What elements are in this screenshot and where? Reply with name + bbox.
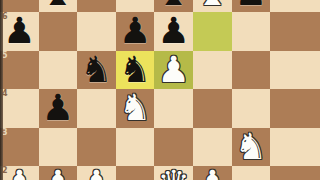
white-pawn-e5[interactable]: ♟ — [158, 51, 190, 89]
square-c2[interactable]: ♟ — [77, 166, 116, 180]
square-f7[interactable]: ♝ — [193, 0, 232, 12]
square-c4[interactable] — [77, 89, 116, 128]
white-bishop-f7[interactable]: ♝ — [196, 0, 228, 12]
square-e6[interactable]: ♟ — [154, 12, 193, 51]
white-pawn-c2[interactable]: ♟ — [80, 165, 112, 180]
white-pawn-a2[interactable]: ♟ — [3, 165, 35, 180]
square-e4[interactable] — [154, 89, 193, 128]
square-b7[interactable]: ♝ — [39, 0, 78, 12]
black-pawn-d6[interactable]: ♟ — [119, 12, 151, 50]
black-knight-d5[interactable]: ♞ — [119, 51, 151, 89]
square-g3[interactable]: ♞ — [232, 128, 271, 167]
square-b5[interactable] — [39, 51, 78, 90]
square-g2[interactable] — [232, 166, 271, 180]
square-e2[interactable]: ♛ — [154, 166, 193, 180]
square-h5[interactable] — [270, 51, 320, 90]
square-g6[interactable] — [232, 12, 271, 51]
square-b3[interactable] — [39, 128, 78, 167]
square-d6[interactable]: ♟ — [116, 12, 155, 51]
square-b2[interactable]: ♟ — [39, 166, 78, 180]
square-d2[interactable] — [116, 166, 155, 180]
square-g5[interactable] — [232, 51, 271, 90]
black-knight-c5[interactable]: ♞ — [80, 51, 112, 89]
square-f3[interactable] — [193, 128, 232, 167]
black-pawn-e6[interactable]: ♟ — [158, 12, 190, 50]
square-g4[interactable] — [232, 89, 271, 128]
square-h7[interactable] — [270, 0, 320, 12]
square-a6[interactable]: 6♟ — [0, 12, 39, 51]
square-f6[interactable] — [193, 12, 232, 51]
square-h2[interactable] — [270, 166, 320, 180]
square-a4[interactable]: 4 — [0, 89, 39, 128]
square-b6[interactable] — [39, 12, 78, 51]
black-pawn-a6[interactable]: ♟ — [3, 12, 35, 50]
square-e5[interactable]: ♟ — [154, 51, 193, 90]
square-c3[interactable] — [77, 128, 116, 167]
square-f5[interactable] — [193, 51, 232, 90]
square-e3[interactable] — [154, 128, 193, 167]
square-b4[interactable]: ♟ — [39, 89, 78, 128]
white-knight-d4[interactable]: ♞ — [119, 89, 151, 127]
square-c6[interactable] — [77, 12, 116, 51]
square-a2[interactable]: 2♟ — [0, 166, 39, 180]
square-c5[interactable]: ♞ — [77, 51, 116, 90]
black-pawn-g7[interactable]: ♟ — [235, 0, 267, 12]
chessboard-viewport: ♝♝♝♟6♟♟♟5♞♞♟4♟♞3♞2♟♟♟♛♟ — [0, 0, 320, 180]
square-f2[interactable]: ♟ — [193, 166, 232, 180]
square-a3[interactable]: 3 — [0, 128, 39, 167]
white-pawn-b2[interactable]: ♟ — [42, 165, 74, 180]
white-queen-e2[interactable]: ♛ — [158, 165, 190, 180]
square-g7[interactable]: ♟ — [232, 0, 271, 12]
black-pawn-b4[interactable]: ♟ — [42, 89, 74, 127]
white-pawn-f2[interactable]: ♟ — [196, 165, 228, 180]
square-d4[interactable]: ♞ — [116, 89, 155, 128]
square-h3[interactable] — [270, 128, 320, 167]
white-knight-g3[interactable]: ♞ — [235, 128, 267, 166]
square-d5[interactable]: ♞ — [116, 51, 155, 90]
square-h6[interactable] — [270, 12, 320, 51]
chess-board[interactable]: ♝♝♝♟6♟♟♟5♞♞♟4♟♞3♞2♟♟♟♛♟ — [0, 0, 320, 180]
square-h4[interactable] — [270, 89, 320, 128]
square-d3[interactable] — [116, 128, 155, 167]
square-f4[interactable] — [193, 89, 232, 128]
black-bishop-b7[interactable]: ♝ — [42, 0, 74, 12]
square-c7[interactable] — [77, 0, 116, 12]
board-left-edge-shadow — [0, 0, 3, 180]
square-a5[interactable]: 5 — [0, 51, 39, 90]
